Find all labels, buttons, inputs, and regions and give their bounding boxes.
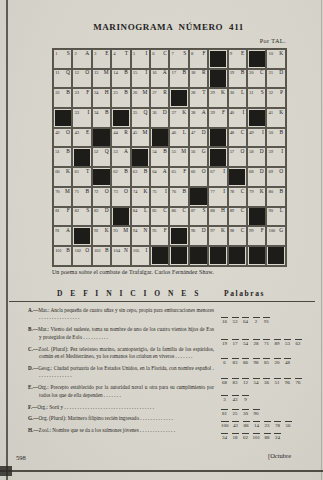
cell-word-letter: K <box>143 189 147 194</box>
grid-cell-65[interactable]: 65F <box>169 167 188 187</box>
cell-word-letter: K <box>279 51 283 56</box>
cell-word-letter: C <box>241 228 245 233</box>
cell-number: 22 <box>55 90 59 95</box>
grid-cell-37[interactable]: 37K <box>169 108 188 128</box>
grid-cell-57[interactable]: 57O <box>228 147 247 167</box>
grid-cell-11[interactable]: 11Q <box>53 69 72 89</box>
grid-cell-52[interactable]: 52Q <box>92 147 111 167</box>
cell-number: 77 <box>210 189 214 194</box>
grid-cell-9[interactable]: 9E <box>228 49 247 69</box>
cell-number: 39 <box>210 110 214 115</box>
grid-cell-80[interactable]: 80B <box>266 187 285 207</box>
cell-number: 82 <box>75 208 79 213</box>
cell-number: 43 <box>75 130 79 135</box>
cell-word-letter: I <box>146 248 148 253</box>
cell-word-letter: N <box>124 248 128 253</box>
cell-word-letter: I <box>87 110 89 115</box>
grid-cell-77[interactable]: 77I <box>208 187 227 207</box>
grid-cell-26[interactable]: 26M <box>131 88 150 108</box>
cell-word-letter: K <box>279 110 283 115</box>
grid-cell-8[interactable]: 8F <box>189 49 208 69</box>
cell-number: 58 <box>249 149 253 154</box>
cell-number: 104 <box>113 248 119 253</box>
grid-cell-98[interactable]: 98C <box>228 226 247 246</box>
cell-number: 74 <box>133 189 137 194</box>
grid-cell-78[interactable]: 78C <box>228 187 247 207</box>
grid-cell-10[interactable]: 10K <box>266 49 285 69</box>
palabra-cell-number: 100 <box>221 421 229 429</box>
cell-word-letter: C <box>241 189 245 194</box>
grid-cell-1[interactable]: 1S <box>53 49 72 69</box>
cell-number: 60 <box>55 169 59 174</box>
cell-word-letter: B <box>183 189 187 194</box>
cell-word-letter: A <box>163 169 167 174</box>
palabra-cell-number: 88 <box>264 433 271 441</box>
grid-cell-12[interactable]: 12O <box>72 69 91 89</box>
grid-cell-104[interactable]: 104N <box>111 246 130 266</box>
grid-cell-33[interactable]: 33I <box>72 108 91 128</box>
grid-cell-18[interactable]: 18R <box>189 69 208 89</box>
definition-letter: D.— <box>28 365 38 371</box>
cell-number: 87 <box>191 208 195 213</box>
black-cell <box>92 167 111 187</box>
cell-number: 83 <box>94 208 98 213</box>
cell-number: 53 <box>113 149 117 154</box>
definition-F: F.—Org.: Sortí y . . . . . . . . . . . .… <box>28 404 214 411</box>
grid-cell-4[interactable]: 4T <box>111 49 130 69</box>
grid-cell-68[interactable]: 68D <box>247 167 266 187</box>
grid-cell-99[interactable]: 99F <box>247 226 266 246</box>
cell-word-letter: I <box>165 189 167 194</box>
grid-cell-34[interactable]: 34B <box>92 108 111 128</box>
cell-word-letter: B <box>279 189 283 194</box>
definition-B: B.—Mar.: Viento del sudeste, toma su nom… <box>28 326 214 341</box>
black-cell <box>247 49 266 69</box>
black-cell <box>189 246 208 266</box>
grid-cell-105[interactable]: 105I <box>131 246 150 266</box>
grid-cell-89[interactable]: 89C <box>228 207 247 227</box>
palabra-cell-number: 34 <box>221 433 228 441</box>
grid-cell-30[interactable]: 30L <box>228 88 247 108</box>
cell-number: 99 <box>249 228 253 233</box>
grid-cell-32[interactable]: 32P <box>266 88 285 108</box>
grid-cell-76[interactable]: 76B <box>169 187 188 207</box>
cell-word-letter: A <box>66 228 70 233</box>
grid-cell-70[interactable]: 70M <box>53 187 72 207</box>
grid-cell-103[interactable]: 103B <box>92 246 111 266</box>
cell-number: 98 <box>230 228 234 233</box>
cell-word-letter: K <box>182 110 186 115</box>
black-cell <box>247 108 266 128</box>
cell-number: 38 <box>191 110 195 115</box>
cell-number: 2 <box>75 51 77 56</box>
palabra-cell-number: 24 <box>274 433 281 441</box>
cell-word-letter: I <box>243 110 245 115</box>
palabra-word-E: 3439 <box>221 395 321 403</box>
cell-word-letter: K <box>221 90 225 95</box>
cell-number: 11 <box>55 70 59 75</box>
palabra-cell-number: 98 <box>253 358 260 366</box>
cell-number: 68 <box>249 169 253 174</box>
black-cell <box>266 246 285 266</box>
grid-cell-75[interactable]: 75I <box>150 187 169 207</box>
cell-word-letter: O <box>279 169 283 174</box>
black-cell <box>53 108 72 128</box>
cell-word-letter: B <box>183 70 187 75</box>
grid-cell-69[interactable]: 69O <box>266 167 285 187</box>
palabra-word-A: 165364291 <box>221 317 321 325</box>
grid-cell-38[interactable]: 38A <box>189 108 208 128</box>
cell-word-letter: O <box>85 70 89 75</box>
cell-number: 69 <box>268 169 272 174</box>
cell-word-letter: A <box>85 51 89 56</box>
black-cell <box>150 128 169 148</box>
cell-number: 97 <box>210 228 214 233</box>
cell-number: 4 <box>113 51 115 56</box>
cell-number: 3 <box>94 51 96 56</box>
cell-word-letter: B <box>86 189 90 194</box>
cell-word-letter: F <box>67 208 70 213</box>
palabra-cell-number: 54 <box>242 339 249 347</box>
cell-number: 15 <box>133 70 137 75</box>
palabra-cell-number: 19 <box>221 339 228 347</box>
grid-cell-85[interactable]: 85C <box>150 207 169 227</box>
cell-number: 62 <box>113 169 117 174</box>
grid-cell-7[interactable]: 7S <box>169 49 188 69</box>
cell-number: 16 <box>152 70 156 75</box>
definition-letter: F.— <box>28 404 37 410</box>
palabra-word-C: 6838698852048 <box>221 358 321 366</box>
grid-cell-24[interactable]: 24H <box>92 88 111 108</box>
cell-word-letter: M <box>143 130 148 135</box>
grid-cell-49[interactable]: 49I <box>247 128 266 148</box>
cell-word-letter: O <box>66 130 70 135</box>
palabra-cell-number: 88 <box>243 421 250 429</box>
cell-word-letter: R <box>202 70 206 75</box>
palabra-cell-number: 30 <box>242 409 249 417</box>
cell-word-letter: K <box>221 228 225 233</box>
grid-cell-101[interactable]: 101B <box>53 246 72 266</box>
cell-number: 46 <box>172 130 176 135</box>
cell-word-letter: L <box>280 208 283 213</box>
grid-cell-67[interactable]: 67I <box>208 167 227 187</box>
grid-cell-79[interactable]: 79K <box>247 187 266 207</box>
cell-number: 29 <box>210 90 214 95</box>
cell-word-letter: O <box>240 149 244 154</box>
grid-cell-88[interactable]: 88H <box>208 207 227 227</box>
cell-number: 96 <box>191 228 195 233</box>
cell-word-letter: G <box>202 149 206 154</box>
palabra-cell-number: 71 <box>263 339 270 347</box>
grid-cell-35[interactable]: 35Q <box>131 108 150 128</box>
definition-A: A.—Mar.: Ancla pequeña de cuatro uñas y … <box>28 307 214 322</box>
palabra-cell-number: 53 <box>232 317 239 325</box>
cell-word-letter: B <box>124 169 128 174</box>
cell-word-letter: B <box>241 70 245 75</box>
palabra-word-G: 100428814237856 <box>221 421 321 429</box>
cell-word-letter: D <box>260 149 264 154</box>
cell-number: 59 <box>268 149 272 154</box>
cell-number: 28 <box>191 90 195 95</box>
grid-cell-23[interactable]: 23F <box>72 88 91 108</box>
grid-cell-5[interactable]: 5I <box>131 49 150 69</box>
definition-letter: C.— <box>28 346 38 352</box>
cell-word-letter: S <box>183 51 186 56</box>
grid-cell-58[interactable]: 58D <box>247 147 266 167</box>
grid-cell-28[interactable]: 28T <box>189 88 208 108</box>
cell-word-letter: E <box>105 51 108 56</box>
palabra-cell-number: 62 <box>242 433 249 441</box>
cell-word-letter: F <box>261 228 264 233</box>
cell-word-letter: M <box>65 189 70 194</box>
cell-word-letter: T <box>125 51 128 56</box>
palabra-cell-number: 42 <box>232 421 239 429</box>
black-cell <box>111 207 130 227</box>
cell-number: 55 <box>172 149 176 154</box>
grid-cell-56[interactable]: 56G <box>189 147 208 167</box>
grid-cell-55[interactable]: 55M <box>169 147 188 167</box>
grid-cell-83[interactable]: 83D <box>92 207 111 227</box>
palabra-cell-number: 86 <box>242 358 249 366</box>
cell-word-letter: F <box>183 169 186 174</box>
cell-number: 78 <box>230 189 234 194</box>
cell-number: 52 <box>94 149 98 154</box>
cell-word-letter: I <box>223 189 225 194</box>
palabra-cell-number: 3 <box>221 395 228 403</box>
grid-cell-59[interactable]: 59I <box>266 147 285 167</box>
grid-cell-29[interactable]: 29K <box>208 88 227 108</box>
palabras-header: Palabras <box>224 289 265 298</box>
grid-cell-100[interactable]: 100G <box>266 226 285 246</box>
grid-cell-60[interactable]: 60K <box>53 167 72 187</box>
grid-cell-21[interactable]: 21D <box>266 69 285 89</box>
black-cell <box>208 49 227 69</box>
palabra-cell-number: 54 <box>253 378 260 386</box>
grid-cell-72[interactable]: 72O <box>92 187 111 207</box>
cell-word-letter: K <box>260 189 264 194</box>
grid-cell-36[interactable]: 36D <box>150 108 169 128</box>
puzzle-author: Por TAL. <box>230 37 286 44</box>
cell-word-letter: K <box>66 169 70 174</box>
cell-word-letter: F <box>203 51 206 56</box>
cell-number: 27 <box>152 90 156 95</box>
cell-number: 105 <box>133 248 139 253</box>
grid-cell-63[interactable]: 63B <box>131 167 150 187</box>
cell-number: 34 <box>94 110 98 115</box>
definition-letter: E.— <box>28 384 38 390</box>
grid-cell-95[interactable]: 95F <box>150 226 169 246</box>
grid-cell-6[interactable]: 6C <box>150 49 169 69</box>
grid-cell-47[interactable]: 47D <box>189 128 208 148</box>
grid-cell-96[interactable]: 96D <box>189 226 208 246</box>
cell-number: 49 <box>249 130 253 135</box>
cell-number: 100 <box>268 228 274 233</box>
grid-cell-3[interactable]: 3E <box>92 49 111 69</box>
cell-number: 45 <box>133 130 137 135</box>
cell-word-letter: N <box>143 228 147 233</box>
grid-cell-74[interactable]: 74K <box>131 187 150 207</box>
cell-number: 17 <box>172 70 176 75</box>
grid-cell-22[interactable]: 22B <box>53 88 72 108</box>
grid-cell-84[interactable]: 84L <box>131 207 150 227</box>
cell-word-letter: L <box>144 208 147 213</box>
scan-edge-left <box>6 0 8 480</box>
grid-cell-64[interactable]: 64A <box>150 167 169 187</box>
grid-cell-25[interactable]: 25B <box>111 88 130 108</box>
grid-cell-50[interactable]: 50B <box>266 128 285 148</box>
grid-cell-16[interactable]: 16A <box>150 69 169 89</box>
grid-cell-73[interactable]: 73O <box>111 187 130 207</box>
grid-cell-53[interactable]: 53A <box>111 147 130 167</box>
grid-cell-71[interactable]: 71B <box>72 187 91 207</box>
grid-cell-15[interactable]: 15I <box>131 69 150 89</box>
grid-cell-92[interactable]: 92K <box>92 226 111 246</box>
cell-number: 21 <box>268 70 272 75</box>
cell-number: 71 <box>75 189 79 194</box>
grid-cell-48[interactable]: 48C <box>228 128 247 148</box>
cell-word-letter: H <box>221 208 225 213</box>
definition-letter: H.— <box>28 427 39 433</box>
scan-edge-bottom <box>0 470 323 472</box>
grid-cell-44[interactable]: 44R <box>111 128 130 148</box>
cell-number: 9 <box>230 51 232 56</box>
cell-number: 84 <box>133 208 137 213</box>
cell-number: 67 <box>210 169 214 174</box>
palabra-word-D: 6883125436519676 <box>221 378 321 386</box>
palabras-list: 1653642911917542871895362683869885204868… <box>221 307 321 441</box>
grid-cell-19[interactable]: 19B <box>228 69 247 89</box>
definition-G: G.—Org. (Plural): Marinero filipino reci… <box>28 415 214 422</box>
grid-cell-27[interactable]: 27R <box>150 88 169 108</box>
cell-number: 6 <box>152 51 154 56</box>
grid-cell-45[interactable]: 45M <box>131 128 150 148</box>
scan-edge-right <box>321 0 322 480</box>
puzzle-title: MARINOGRAMA NÚMERO 411 <box>14 22 323 32</box>
cell-number: 30 <box>230 90 234 95</box>
grid-cell-41[interactable]: 41K <box>266 108 285 128</box>
definition-D: D.—Geog.: Ciudad portuaria de los Estado… <box>28 365 214 380</box>
black-cell <box>208 246 227 266</box>
grid-cell-66[interactable]: 66O <box>189 167 208 187</box>
grid-cell-61[interactable]: 61T <box>72 167 91 187</box>
cell-number: 48 <box>230 130 234 135</box>
palabra-cell-number: 101 <box>253 433 261 441</box>
cell-number: 7 <box>172 51 174 56</box>
grid-cell-20[interactable]: 20C <box>247 69 266 89</box>
cell-word-letter: F <box>86 90 89 95</box>
palabra-cell-number: 53 <box>284 339 291 347</box>
grid-cell-93[interactable]: 93M <box>111 226 130 246</box>
cell-word-letter: I <box>262 130 264 135</box>
cell-number: 40 <box>230 110 234 115</box>
palabra-cell-number: 89 <box>274 339 281 347</box>
black-cell <box>150 246 169 266</box>
grid-cell-81[interactable]: 81F <box>53 207 72 227</box>
cell-number: 41 <box>268 110 272 115</box>
grid-cell-46[interactable]: 46L <box>169 128 188 148</box>
black-cell <box>72 226 91 246</box>
palabra-cell-number: 18 <box>232 433 239 441</box>
palabra-cell-number: 6 <box>221 358 228 366</box>
palabra-cell-number: 48 <box>284 358 291 366</box>
grid-cell-42[interactable]: 42O <box>53 128 72 148</box>
grid-cell-62[interactable]: 62B <box>111 167 130 187</box>
cell-number: 26 <box>133 90 137 95</box>
cell-word-letter: S <box>86 208 89 213</box>
definition-letter: B.— <box>28 326 38 332</box>
cell-number: 95 <box>152 228 156 233</box>
cell-word-letter: H <box>105 90 109 95</box>
grid-cell-31[interactable]: 31S <box>247 88 266 108</box>
grid-cell-97[interactable]: 97K <box>208 226 227 246</box>
cell-number: 25 <box>113 90 117 95</box>
cell-number: 18 <box>191 70 195 75</box>
palabra-cell-number: 90 <box>253 409 260 417</box>
grid-cell-90[interactable]: 90L <box>266 207 285 227</box>
footer-month: [Octubre <box>268 452 316 459</box>
grid-cell-40[interactable]: 40I <box>228 108 247 128</box>
cell-word-letter: C <box>163 208 167 213</box>
cell-word-letter: C <box>241 208 245 213</box>
palabra-cell-number: 9 <box>242 395 249 403</box>
grid-cell-91[interactable]: 91A <box>53 226 72 246</box>
grid-cell-39[interactable]: 39F <box>208 108 227 128</box>
cell-word-letter: E <box>241 51 244 56</box>
cell-word-letter: C <box>241 130 245 135</box>
cell-word-letter: T <box>202 90 205 95</box>
grid-cell-17[interactable]: 17B <box>169 69 188 89</box>
grid-cell-87[interactable]: 87S <box>189 207 208 227</box>
cell-word-letter: K <box>105 228 109 233</box>
grid-cell-54[interactable]: 54B <box>150 147 169 167</box>
cell-word-letter: P <box>280 90 283 95</box>
cell-word-letter: F <box>222 110 225 115</box>
definition-letter: G.— <box>28 415 39 421</box>
palabra-cell-number: 62 <box>295 339 302 347</box>
cell-number: 13 <box>94 70 98 75</box>
grid-cell-2[interactable]: 2A <box>72 49 91 69</box>
palabra-cell-number: 36 <box>263 378 270 386</box>
scan-edge-corner <box>0 466 12 476</box>
palabra-cell-number: 91 <box>263 317 270 325</box>
grid-cell-102[interactable]: 102O <box>72 246 91 266</box>
grid-cell-13[interactable]: 13M <box>92 69 111 89</box>
cell-word-letter: R <box>124 130 128 135</box>
cell-number: 103 <box>94 248 100 253</box>
black-cell <box>169 88 188 108</box>
grid-cell-86[interactable]: 86C <box>169 207 188 227</box>
cell-word-letter: B <box>124 90 128 95</box>
cell-word-letter: O <box>202 169 206 174</box>
cell-number: 57 <box>230 149 234 154</box>
grid-cell-82[interactable]: 82S <box>72 207 91 227</box>
definition-E: E.—Org.: Precepto establecido por la aut… <box>28 384 214 399</box>
cell-word-letter: D <box>202 130 206 135</box>
grid-cell-43[interactable]: 43E <box>72 128 91 148</box>
cell-word-letter: M <box>143 90 148 95</box>
black-cell <box>111 108 130 128</box>
grid-cell-51[interactable]: 51B <box>53 147 72 167</box>
cell-number: 36 <box>152 110 156 115</box>
cell-number: 54 <box>152 149 156 154</box>
grid-cell-14[interactable]: 14B <box>111 69 130 89</box>
palabra-cell-number: 78 <box>274 421 281 429</box>
cell-word-letter: C <box>260 70 264 75</box>
cell-number: 90 <box>268 208 272 213</box>
cell-number: 64 <box>152 169 156 174</box>
palabra-cell-number: 16 <box>221 317 228 325</box>
grid-cell-94[interactable]: 94N <box>131 226 150 246</box>
